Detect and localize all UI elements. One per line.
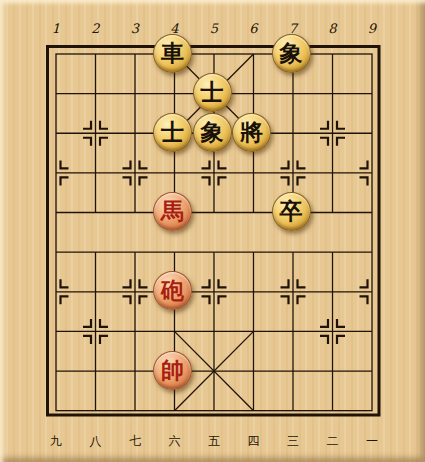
piece-red-general[interactable]: 帥 (153, 351, 192, 390)
xiangqi-board: 123456789 九八七六五四三二一 車象士士象將馬卒砲帥 (0, 0, 425, 462)
file-label-bottom-6: 四 (248, 433, 260, 450)
piece-black-general[interactable]: 將 (232, 113, 271, 152)
piece-black-elephant[interactable]: 象 (272, 34, 311, 73)
file-label-bottom-5: 五 (208, 433, 220, 450)
file-label-bottom-4: 六 (169, 433, 181, 450)
file-label-bottom-1: 九 (50, 433, 62, 450)
piece-black-chariot[interactable]: 車 (153, 34, 192, 73)
file-label-bottom-7: 三 (287, 433, 299, 450)
file-label-bottom-2: 八 (90, 433, 102, 450)
file-label-bottom-9: 一 (366, 433, 378, 450)
file-label-bottom-3: 七 (129, 433, 141, 450)
piece-black-advisor[interactable]: 士 (153, 113, 192, 152)
piece-black-soldier[interactable]: 卒 (272, 192, 311, 231)
piece-red-horse[interactable]: 馬 (153, 192, 192, 231)
piece-black-advisor[interactable]: 士 (193, 73, 232, 112)
piece-red-cannon[interactable]: 砲 (153, 271, 192, 310)
piece-black-elephant[interactable]: 象 (193, 113, 232, 152)
file-label-bottom-8: 二 (327, 433, 339, 450)
pieces-grid: 車象士士象將馬卒砲帥 (36, 34, 392, 430)
